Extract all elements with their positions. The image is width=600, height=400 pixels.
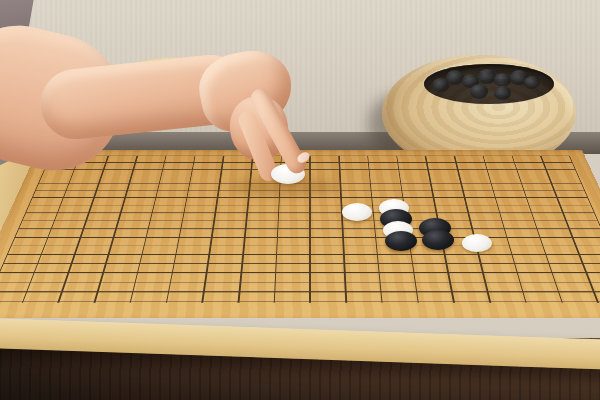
black-bowl-stone: [494, 73, 511, 87]
black-bowl-opening: [424, 64, 554, 104]
black-bowl-stone: [478, 69, 496, 84]
stone-white-N11: [462, 234, 492, 252]
black-bowl-stone: [510, 70, 528, 85]
stone-black-M11: [422, 230, 454, 250]
black-bowl-stone: [470, 84, 488, 99]
stone-black-L11: [385, 231, 417, 251]
black-bowl-stone: [494, 86, 511, 100]
stone-white-K14: [342, 203, 372, 221]
black-bowl-stone: [446, 70, 464, 85]
black-bowl-stone: [462, 74, 479, 88]
black-bowl-stone: [432, 78, 449, 92]
black-bowl-stone: [524, 76, 540, 89]
go-photo-scene: [0, 0, 600, 400]
